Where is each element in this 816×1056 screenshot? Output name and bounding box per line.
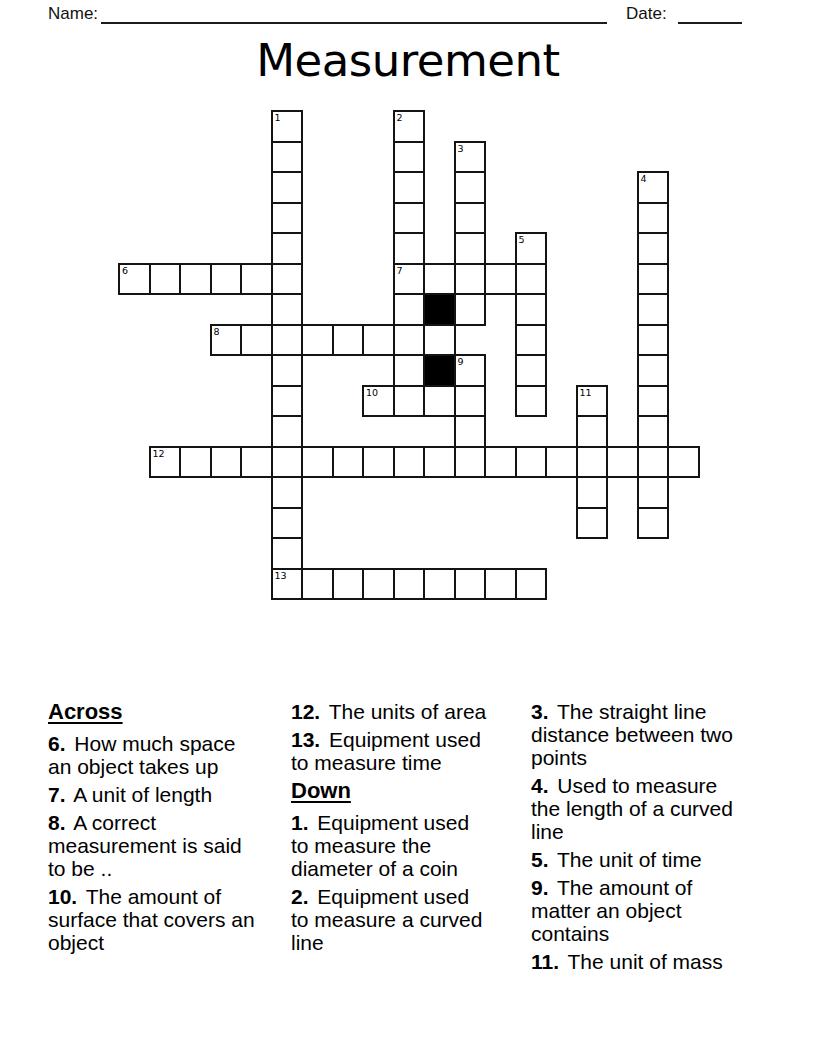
clue-text: Equipment used to measure the diameter o…	[291, 811, 469, 880]
grid-cell[interactable]	[362, 446, 395, 479]
grid-cell[interactable]	[454, 415, 487, 448]
grid-cell[interactable]	[240, 446, 273, 479]
grid-cell[interactable]	[362, 568, 395, 601]
clue-number: 9	[458, 356, 464, 367]
grid-cell[interactable]	[545, 446, 578, 479]
grid-cell[interactable]	[393, 232, 426, 265]
grid-cell[interactable]	[576, 415, 609, 448]
clue-number: 8	[214, 326, 220, 337]
name-label: Name:	[48, 4, 98, 24]
clue-text: Equipment used to measure a curved line	[291, 885, 482, 954]
grid-cell[interactable]	[637, 415, 670, 448]
grid-cell[interactable]	[271, 293, 304, 326]
grid-cell[interactable]	[454, 202, 487, 235]
clue-13: 13. Equipment used to measure time	[291, 728, 527, 774]
clue-11: 11. The unit of mass	[531, 950, 779, 973]
grid-cell[interactable]: 1	[271, 110, 304, 143]
grid-cell[interactable]: 10	[362, 385, 395, 418]
clue-number-label: 5.	[531, 848, 552, 871]
grid-cell[interactable]	[393, 446, 426, 479]
clue-number-label: 13.	[291, 728, 323, 751]
clue-number-label: 12.	[291, 700, 323, 723]
clue-number: 6	[122, 265, 128, 276]
clue-number: 13	[275, 570, 287, 581]
grid-cell[interactable]	[271, 324, 304, 357]
clue-column-1: Across6. How much space an object takes …	[48, 700, 288, 959]
clue-text: A unit of length	[69, 783, 213, 806]
clue-number-label: 11.	[531, 950, 562, 973]
grid-cell[interactable]	[301, 324, 334, 357]
grid-cell[interactable]	[454, 171, 487, 204]
clue-number-label: 8.	[48, 811, 69, 834]
grid-cell[interactable]	[576, 476, 609, 509]
grid-cell[interactable]	[637, 446, 670, 479]
clue-number: 5	[519, 234, 525, 245]
clue-text: The unit of mass	[562, 950, 723, 973]
grid-cell[interactable]	[240, 263, 273, 296]
grid-cell[interactable]	[515, 354, 548, 387]
clue-number-label: 9.	[531, 876, 552, 899]
grid-cell[interactable]	[271, 537, 304, 570]
grid-cell[interactable]	[637, 202, 670, 235]
clue-number-label: 10.	[48, 885, 80, 908]
grid-cell[interactable]	[454, 568, 487, 601]
grid-cell[interactable]	[637, 476, 670, 509]
clue-text: A correct measurement is said to be ..	[48, 811, 242, 880]
black-cell	[423, 293, 456, 326]
clue-number-label: 7.	[48, 783, 69, 806]
grid-cell[interactable]: 9	[454, 354, 487, 387]
clue-text: The unit of time	[552, 848, 702, 871]
grid-cell[interactable]	[423, 263, 456, 296]
clue-4: 4. Used to measure the length of a curve…	[531, 774, 779, 843]
clue-number: 10	[366, 387, 378, 398]
clue-column-3: 3. The straight line distance between tw…	[531, 700, 779, 978]
grid-cell[interactable]	[515, 446, 548, 479]
clue-number: 4	[641, 173, 647, 184]
down-header: Down	[291, 779, 527, 802]
clue-3: 3. The straight line distance between tw…	[531, 700, 779, 769]
grid-cell[interactable]	[637, 385, 670, 418]
grid-cell[interactable]	[484, 446, 517, 479]
grid-cell[interactable]: 7	[393, 263, 426, 296]
grid-cell[interactable]	[271, 141, 304, 174]
grid-cell[interactable]	[454, 446, 487, 479]
grid-cell[interactable]	[515, 568, 548, 601]
grid-cell[interactable]	[515, 263, 548, 296]
clue-6: 6. How much space an object takes up	[48, 732, 288, 778]
grid-cell[interactable]	[637, 507, 670, 540]
grid-cell[interactable]	[576, 507, 609, 540]
grid-cell[interactable]	[576, 446, 609, 479]
date-field-line[interactable]	[678, 2, 742, 24]
clue-number: 3	[458, 143, 464, 154]
clue-number-label: 6.	[48, 732, 69, 755]
grid-cell[interactable]	[179, 263, 212, 296]
grid-cell[interactable]	[393, 324, 426, 357]
clue-number-label: 1.	[291, 811, 312, 834]
grid-cell[interactable]	[271, 476, 304, 509]
grid-cell[interactable]	[637, 232, 670, 265]
name-field-line[interactable]	[101, 2, 607, 24]
grid-cell[interactable]	[393, 354, 426, 387]
grid-cell[interactable]	[271, 354, 304, 387]
clue-number-label: 3.	[531, 700, 552, 723]
crossword-grid: 12345678910111213	[118, 110, 700, 600]
grid-cell[interactable]	[393, 293, 426, 326]
grid-cell[interactable]	[393, 568, 426, 601]
clue-column-2: 12. The units of area13. Equipment used …	[291, 700, 527, 959]
clue-text: Used to measure the length of a curved l…	[531, 774, 733, 843]
grid-cell[interactable]: 13	[271, 568, 304, 601]
grid-cell[interactable]	[393, 141, 426, 174]
grid-cell[interactable]	[393, 385, 426, 418]
grid-cell[interactable]: 4	[637, 171, 670, 204]
clue-7: 7. A unit of length	[48, 783, 288, 806]
grid-cell[interactable]: 5	[515, 232, 548, 265]
grid-cell[interactable]	[454, 385, 487, 418]
clue-number: 12	[153, 448, 165, 459]
grid-cell[interactable]	[515, 293, 548, 326]
grid-cell[interactable]	[393, 202, 426, 235]
grid-cell[interactable]	[332, 324, 365, 357]
grid-cell[interactable]	[210, 263, 243, 296]
grid-cell[interactable]: 8	[210, 324, 243, 357]
grid-cell[interactable]	[362, 324, 395, 357]
black-cell	[423, 354, 456, 387]
clue-number: 1	[275, 112, 281, 123]
clue-number-label: 4.	[531, 774, 552, 797]
grid-cell[interactable]	[271, 446, 304, 479]
grid-cell[interactable]	[179, 446, 212, 479]
grid-cell[interactable]	[393, 171, 426, 204]
clue-9: 9. The amount of matter an object contai…	[531, 876, 779, 945]
clue-5: 5. The unit of time	[531, 848, 779, 871]
clue-text: The straight line distance between two p…	[531, 700, 733, 769]
clue-1: 1. Equipment used to measure the diamete…	[291, 811, 527, 880]
clue-12: 12. The units of area	[291, 700, 527, 723]
grid-cell[interactable]	[271, 171, 304, 204]
grid-cell[interactable]: 2	[393, 110, 426, 143]
grid-cell[interactable]	[637, 354, 670, 387]
grid-cell[interactable]	[240, 324, 273, 357]
clue-number-label: 2.	[291, 885, 312, 908]
grid-cell[interactable]	[454, 263, 487, 296]
grid-cell[interactable]	[484, 568, 517, 601]
grid-cell[interactable]	[637, 324, 670, 357]
clue-number: 2	[397, 112, 403, 123]
grid-cell[interactable]	[271, 232, 304, 265]
grid-cell[interactable]	[423, 446, 456, 479]
across-header: Across	[48, 700, 288, 723]
page-title: Measurement	[0, 36, 816, 86]
grid-cell[interactable]	[454, 232, 487, 265]
grid-cell[interactable]	[149, 263, 182, 296]
clue-text: The amount of matter an object contains	[531, 876, 692, 945]
grid-cell[interactable]	[210, 446, 243, 479]
grid-cell[interactable]: 12	[149, 446, 182, 479]
grid-cell[interactable]	[271, 263, 304, 296]
grid-cell[interactable]	[271, 202, 304, 235]
grid-cell[interactable]	[637, 293, 670, 326]
grid-cell[interactable]	[271, 415, 304, 448]
grid-cell[interactable]	[515, 385, 548, 418]
grid-cell[interactable]	[271, 507, 304, 540]
grid-cell[interactable]	[423, 568, 456, 601]
grid-cell[interactable]	[301, 568, 334, 601]
grid-cell[interactable]	[606, 446, 639, 479]
clue-number: 7	[397, 265, 403, 276]
clue-number: 11	[580, 387, 592, 398]
clue-2: 2. Equipment used to measure a curved li…	[291, 885, 527, 954]
grid-cell[interactable]: 3	[454, 141, 487, 174]
clue-text: How much space an object takes up	[48, 732, 235, 778]
date-label: Date:	[626, 4, 667, 24]
grid-cell[interactable]	[454, 293, 487, 326]
grid-cell[interactable]	[301, 446, 334, 479]
grid-cell[interactable]	[484, 263, 517, 296]
grid-cell[interactable]	[637, 263, 670, 296]
grid-cell[interactable]	[423, 385, 456, 418]
grid-cell[interactable]	[423, 324, 456, 357]
grid-cell[interactable]: 11	[576, 385, 609, 418]
grid-cell[interactable]	[332, 446, 365, 479]
grid-cell[interactable]: 6	[118, 263, 151, 296]
clue-10: 10. The amount of surface that covers an…	[48, 885, 288, 954]
clue-8: 8. A correct measurement is said to be .…	[48, 811, 288, 880]
worksheet-page: Name: Date: Measurement 1234567891011121…	[0, 0, 816, 1056]
grid-cell[interactable]	[667, 446, 700, 479]
grid-cell[interactable]	[271, 385, 304, 418]
clue-text: The units of area	[323, 700, 486, 723]
grid-cell[interactable]	[332, 568, 365, 601]
grid-cell[interactable]	[515, 324, 548, 357]
